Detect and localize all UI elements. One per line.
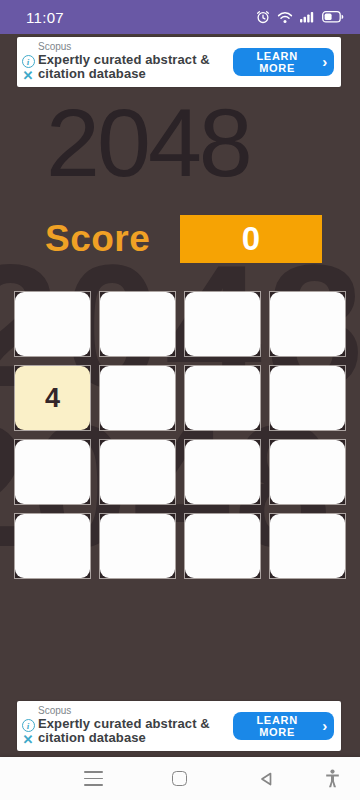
board-cell bbox=[270, 514, 345, 578]
signal-icon bbox=[300, 11, 315, 23]
ad-text: Scopus Expertly curated abstract & citat… bbox=[36, 701, 233, 751]
tile-empty bbox=[15, 440, 90, 504]
phone-screen: 11:07 bbox=[0, 0, 360, 800]
alarm-icon bbox=[256, 10, 270, 24]
home-icon bbox=[172, 771, 187, 786]
ad-icon-column: i ✕ bbox=[17, 37, 36, 87]
tile-empty bbox=[270, 366, 345, 430]
board-cell bbox=[185, 366, 260, 430]
chevron-right-icon: › bbox=[322, 53, 328, 70]
menu-icon bbox=[84, 771, 103, 785]
board-cell bbox=[100, 514, 175, 578]
tile-empty bbox=[270, 514, 345, 578]
accessibility-icon bbox=[324, 769, 341, 788]
tile-4: 4 bbox=[15, 366, 90, 430]
board-cell bbox=[185, 292, 260, 356]
tile-empty bbox=[100, 366, 175, 430]
board-grid[interactable]: 4 bbox=[15, 292, 345, 578]
status-time: 11:07 bbox=[26, 9, 64, 26]
accessibility-button[interactable] bbox=[310, 757, 354, 800]
ad-info-icon[interactable]: i bbox=[22, 719, 35, 732]
home-button[interactable] bbox=[157, 757, 201, 800]
board-cell bbox=[270, 366, 345, 430]
board-cell bbox=[185, 514, 260, 578]
board-cell bbox=[100, 440, 175, 504]
score-box: 0 bbox=[180, 215, 322, 263]
board-cell bbox=[185, 440, 260, 504]
ad-banner-bottom[interactable]: i ✕ Scopus Expertly curated abstract & c… bbox=[17, 701, 341, 751]
menu-button[interactable] bbox=[71, 757, 115, 800]
board-cell bbox=[15, 292, 90, 356]
ad-icon-column: i ✕ bbox=[17, 701, 36, 751]
ad-close-icon[interactable]: ✕ bbox=[23, 69, 34, 82]
back-icon bbox=[258, 771, 274, 787]
wifi-icon bbox=[277, 11, 293, 24]
ad-banner-top[interactable]: i ✕ Scopus Expertly curated abstract & c… bbox=[17, 37, 341, 87]
board-cell bbox=[270, 440, 345, 504]
chevron-right-icon: › bbox=[322, 717, 328, 734]
score-label: Score bbox=[45, 218, 150, 260]
ad-info-icon[interactable]: i bbox=[22, 55, 35, 68]
ad-headline-line1: Expertly curated abstract & bbox=[38, 717, 233, 731]
board-cell bbox=[270, 292, 345, 356]
ad-learn-more-button[interactable]: LEARN MORE › bbox=[233, 48, 334, 76]
board-cell bbox=[15, 440, 90, 504]
ad-cta-label: LEARN MORE bbox=[239, 714, 315, 738]
ad-headline-line1: Expertly curated abstract & bbox=[38, 53, 233, 67]
ad-headline-line2: citation database bbox=[38, 731, 233, 745]
score-value: 0 bbox=[242, 220, 260, 258]
status-bar: 11:07 bbox=[0, 0, 360, 34]
ad-text: Scopus Expertly curated abstract & citat… bbox=[36, 37, 233, 87]
tile-empty bbox=[185, 366, 260, 430]
ad-headline-line2: citation database bbox=[38, 67, 233, 81]
tile-empty bbox=[270, 292, 345, 356]
ad-learn-more-button[interactable]: LEARN MORE › bbox=[233, 712, 334, 740]
ad-cta-label: LEARN MORE bbox=[239, 50, 315, 74]
tile-empty bbox=[100, 440, 175, 504]
tile-empty bbox=[15, 292, 90, 356]
board-cell bbox=[100, 366, 175, 430]
navigation-bar bbox=[0, 757, 360, 800]
tile-empty bbox=[270, 440, 345, 504]
board-cell: 4 bbox=[15, 366, 90, 430]
back-button[interactable] bbox=[244, 757, 288, 800]
tile-empty bbox=[15, 514, 90, 578]
tile-empty bbox=[185, 440, 260, 504]
tile-empty bbox=[100, 514, 175, 578]
status-icons bbox=[256, 10, 344, 24]
tile-empty bbox=[185, 514, 260, 578]
tile-empty bbox=[100, 292, 175, 356]
game-title: 2048 bbox=[46, 94, 250, 191]
tile-empty bbox=[185, 292, 260, 356]
board-cell bbox=[100, 292, 175, 356]
battery-icon bbox=[322, 11, 344, 23]
ad-close-icon[interactable]: ✕ bbox=[23, 733, 34, 746]
board-cell bbox=[15, 514, 90, 578]
